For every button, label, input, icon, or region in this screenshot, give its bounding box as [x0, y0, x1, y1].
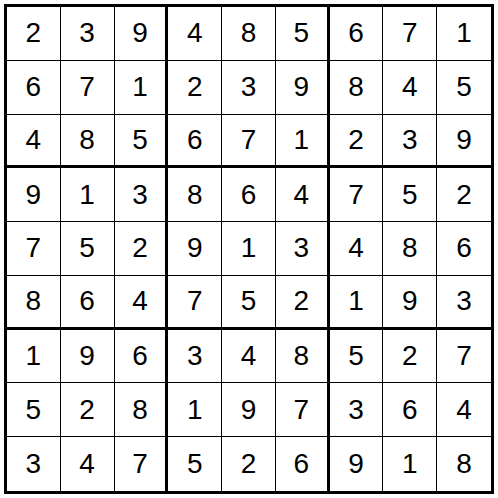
cell-r3c3[interactable]: 5 — [115, 115, 169, 169]
cell-r4c5[interactable]: 6 — [222, 168, 276, 222]
cell-r9c5[interactable]: 2 — [222, 437, 276, 491]
cell-r9c2[interactable]: 4 — [61, 437, 115, 491]
cell-r2c3[interactable]: 1 — [115, 61, 169, 115]
cell-r3c5[interactable]: 7 — [222, 115, 276, 169]
cell-r2c4[interactable]: 2 — [168, 61, 222, 115]
cell-r6c4[interactable]: 7 — [168, 276, 222, 330]
cell-r3c2[interactable]: 8 — [61, 115, 115, 169]
cell-r5c4[interactable]: 9 — [168, 222, 222, 276]
cell-r4c3[interactable]: 3 — [115, 168, 169, 222]
cell-r9c1[interactable]: 3 — [7, 437, 61, 491]
cell-r2c1[interactable]: 6 — [7, 61, 61, 115]
cell-r4c9[interactable]: 2 — [437, 168, 491, 222]
cell-r4c7[interactable]: 7 — [330, 168, 384, 222]
cell-r7c8[interactable]: 2 — [383, 330, 437, 384]
cell-r2c8[interactable]: 4 — [383, 61, 437, 115]
cell-r5c2[interactable]: 5 — [61, 222, 115, 276]
cell-r9c8[interactable]: 1 — [383, 437, 437, 491]
cell-r8c2[interactable]: 2 — [61, 383, 115, 437]
cell-r7c1[interactable]: 1 — [7, 330, 61, 384]
cell-r1c2[interactable]: 3 — [61, 7, 115, 61]
sudoku-board: 2394856716712398454856712399138647527529… — [4, 4, 494, 494]
cell-r6c1[interactable]: 8 — [7, 276, 61, 330]
cell-r1c7[interactable]: 6 — [330, 7, 384, 61]
cell-r2c6[interactable]: 9 — [276, 61, 330, 115]
cell-r4c2[interactable]: 1 — [61, 168, 115, 222]
cell-r7c5[interactable]: 4 — [222, 330, 276, 384]
cell-r7c3[interactable]: 6 — [115, 330, 169, 384]
cell-r3c1[interactable]: 4 — [7, 115, 61, 169]
cell-r7c4[interactable]: 3 — [168, 330, 222, 384]
cell-r7c6[interactable]: 8 — [276, 330, 330, 384]
cell-r4c6[interactable]: 4 — [276, 168, 330, 222]
cell-r2c7[interactable]: 8 — [330, 61, 384, 115]
page: 2394856716712398454856712399138647527529… — [0, 0, 498, 494]
cell-r8c6[interactable]: 7 — [276, 383, 330, 437]
cell-r6c9[interactable]: 3 — [437, 276, 491, 330]
cell-r9c3[interactable]: 7 — [115, 437, 169, 491]
cell-r2c5[interactable]: 3 — [222, 61, 276, 115]
cell-r8c3[interactable]: 8 — [115, 383, 169, 437]
cell-r6c2[interactable]: 6 — [61, 276, 115, 330]
cell-r6c8[interactable]: 9 — [383, 276, 437, 330]
cell-r2c9[interactable]: 5 — [437, 61, 491, 115]
cell-r8c9[interactable]: 4 — [437, 383, 491, 437]
cell-r3c7[interactable]: 2 — [330, 115, 384, 169]
cell-r8c4[interactable]: 1 — [168, 383, 222, 437]
cell-r1c9[interactable]: 1 — [437, 7, 491, 61]
cell-r7c7[interactable]: 5 — [330, 330, 384, 384]
cell-r9c4[interactable]: 5 — [168, 437, 222, 491]
cell-r5c7[interactable]: 4 — [330, 222, 384, 276]
cell-r1c8[interactable]: 7 — [383, 7, 437, 61]
cell-r3c6[interactable]: 1 — [276, 115, 330, 169]
cell-r2c2[interactable]: 7 — [61, 61, 115, 115]
cell-r5c9[interactable]: 6 — [437, 222, 491, 276]
cell-r9c9[interactable]: 8 — [437, 437, 491, 491]
cell-r8c8[interactable]: 6 — [383, 383, 437, 437]
cell-r1c6[interactable]: 5 — [276, 7, 330, 61]
cell-r1c1[interactable]: 2 — [7, 7, 61, 61]
cell-r5c6[interactable]: 3 — [276, 222, 330, 276]
cell-r8c7[interactable]: 3 — [330, 383, 384, 437]
cell-r9c7[interactable]: 9 — [330, 437, 384, 491]
cell-r7c9[interactable]: 7 — [437, 330, 491, 384]
cell-r1c3[interactable]: 9 — [115, 7, 169, 61]
cell-r4c1[interactable]: 9 — [7, 168, 61, 222]
cell-r6c6[interactable]: 2 — [276, 276, 330, 330]
cell-r1c5[interactable]: 8 — [222, 7, 276, 61]
cell-r5c1[interactable]: 7 — [7, 222, 61, 276]
cell-r7c2[interactable]: 9 — [61, 330, 115, 384]
cell-r6c7[interactable]: 1 — [330, 276, 384, 330]
cell-r5c5[interactable]: 1 — [222, 222, 276, 276]
cell-r6c3[interactable]: 4 — [115, 276, 169, 330]
cell-r4c4[interactable]: 8 — [168, 168, 222, 222]
cell-r8c5[interactable]: 9 — [222, 383, 276, 437]
cell-r3c9[interactable]: 9 — [437, 115, 491, 169]
cell-r6c5[interactable]: 5 — [222, 276, 276, 330]
cell-r8c1[interactable]: 5 — [7, 383, 61, 437]
cell-r4c8[interactable]: 5 — [383, 168, 437, 222]
cell-r5c3[interactable]: 2 — [115, 222, 169, 276]
cell-r1c4[interactable]: 4 — [168, 7, 222, 61]
cell-r3c8[interactable]: 3 — [383, 115, 437, 169]
cell-r9c6[interactable]: 6 — [276, 437, 330, 491]
cell-r3c4[interactable]: 6 — [168, 115, 222, 169]
cell-r5c8[interactable]: 8 — [383, 222, 437, 276]
